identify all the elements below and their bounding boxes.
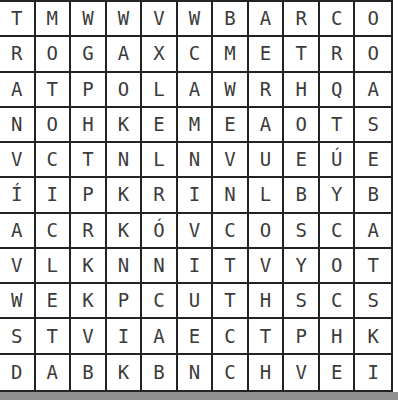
grid-cell[interactable]: V — [284, 355, 320, 390]
grid-cell[interactable]: I — [178, 178, 214, 213]
grid-cell[interactable]: C — [36, 214, 72, 249]
grid-cell[interactable]: Ú — [320, 143, 356, 178]
grid-cell[interactable]: R — [71, 214, 107, 249]
grid-cell[interactable]: P — [71, 73, 107, 108]
grid-cell[interactable]: C — [320, 2, 356, 37]
grid-cell[interactable]: K — [71, 249, 107, 284]
grid-cell[interactable]: W — [0, 284, 36, 319]
grid-cell[interactable]: A — [249, 108, 285, 143]
grid-cell[interactable]: V — [142, 2, 178, 37]
grid-cell[interactable]: S — [0, 319, 36, 354]
bottom-gray-band — [0, 392, 398, 400]
grid-cell[interactable]: T — [213, 284, 249, 319]
grid-cell[interactable]: E — [355, 143, 391, 178]
grid-cell[interactable]: T — [320, 108, 356, 143]
grid-cell[interactable]: E — [213, 108, 249, 143]
grid-cell[interactable]: Q — [320, 73, 356, 108]
grid-cell[interactable]: U — [249, 143, 285, 178]
grid-cell[interactable]: K — [355, 319, 391, 354]
grid-cell[interactable]: P — [107, 284, 143, 319]
grid-cell[interactable]: R — [142, 178, 178, 213]
grid-cell[interactable]: A — [178, 73, 214, 108]
grid-cell[interactable]: O — [320, 249, 356, 284]
grid-cell[interactable]: I — [355, 355, 391, 390]
grid-cell[interactable]: U — [178, 284, 214, 319]
grid-cell[interactable]: N — [142, 249, 178, 284]
grid-cell[interactable]: E — [142, 108, 178, 143]
grid-cell[interactable]: V — [249, 249, 285, 284]
grid-cell[interactable]: I — [178, 249, 214, 284]
grid-cell[interactable]: A — [355, 73, 391, 108]
grid-cell[interactable]: V — [71, 319, 107, 354]
grid-cell[interactable]: V — [0, 143, 36, 178]
grid-cell[interactable]: R — [249, 73, 285, 108]
grid-cell[interactable]: A — [249, 2, 285, 37]
grid-cell[interactable]: O — [107, 73, 143, 108]
grid-cell[interactable]: V — [178, 214, 214, 249]
grid-cell[interactable]: I — [107, 319, 143, 354]
grid-cell[interactable]: K — [71, 284, 107, 319]
word-search-grid: TMWWVWBARCOROGAXCMETROATPOLAWRHQANOHKEME… — [0, 0, 393, 392]
grid-cell[interactable]: R — [0, 37, 36, 72]
grid-cell[interactable]: L — [36, 249, 72, 284]
grid-cell[interactable]: E — [36, 284, 72, 319]
grid-cell[interactable]: B — [71, 355, 107, 390]
grid-cell[interactable]: N — [107, 143, 143, 178]
grid-cell[interactable]: E — [178, 319, 214, 354]
grid-cell[interactable]: A — [142, 319, 178, 354]
grid-cell[interactable]: E — [284, 143, 320, 178]
grid-cell[interactable]: N — [107, 249, 143, 284]
grid-cell[interactable]: O — [36, 37, 72, 72]
grid-cell[interactable]: E — [249, 37, 285, 72]
grid-cell[interactable]: N — [178, 355, 214, 390]
grid-cell[interactable]: A — [107, 37, 143, 72]
grid-cell[interactable]: A — [0, 73, 36, 108]
grid-cell[interactable]: L — [249, 178, 285, 213]
grid-cell[interactable]: T — [71, 143, 107, 178]
grid-cell[interactable]: S — [284, 214, 320, 249]
grid-cell[interactable]: T — [355, 249, 391, 284]
grid-cell[interactable]: L — [142, 73, 178, 108]
grid-cell[interactable]: B — [142, 355, 178, 390]
grid-cell[interactable]: I — [36, 178, 72, 213]
grid-cell[interactable]: A — [355, 214, 391, 249]
grid-cell[interactable]: Y — [320, 178, 356, 213]
grid-cell[interactable]: O — [355, 2, 391, 37]
grid-cell[interactable]: D — [0, 355, 36, 390]
grid-cell[interactable]: W — [107, 2, 143, 37]
grid-cell[interactable]: W — [178, 2, 214, 37]
grid-cell[interactable]: G — [71, 37, 107, 72]
grid-cell[interactable]: M — [213, 37, 249, 72]
grid-cell[interactable]: C — [142, 284, 178, 319]
grid-cell[interactable]: V — [0, 249, 36, 284]
grid-cell[interactable]: C — [213, 355, 249, 390]
grid-cell[interactable]: N — [178, 143, 214, 178]
grid-cell[interactable]: H — [284, 73, 320, 108]
grid-cell[interactable]: S — [355, 284, 391, 319]
grid-cell[interactable]: B — [213, 2, 249, 37]
grid-cell[interactable]: O — [284, 108, 320, 143]
grid-cell[interactable]: N — [213, 178, 249, 213]
grid-cell[interactable]: R — [320, 37, 356, 72]
grid-cell[interactable]: T — [0, 2, 36, 37]
grid-cell[interactable]: C — [178, 37, 214, 72]
grid-cell[interactable]: C — [213, 214, 249, 249]
grid-cell[interactable]: N — [0, 108, 36, 143]
grid-cell[interactable]: R — [284, 2, 320, 37]
grid-cell[interactable]: C — [213, 319, 249, 354]
grid-cell[interactable]: W — [71, 2, 107, 37]
grid-cell[interactable]: K — [107, 108, 143, 143]
grid-cell[interactable]: P — [71, 178, 107, 213]
grid-cell[interactable]: W — [213, 73, 249, 108]
grid-cell[interactable]: C — [320, 284, 356, 319]
grid-cell[interactable]: P — [284, 319, 320, 354]
grid-cell[interactable]: Y — [284, 249, 320, 284]
grid-cell[interactable]: H — [71, 108, 107, 143]
grid-cell[interactable]: B — [284, 178, 320, 213]
grid-cell[interactable]: Ó — [142, 214, 178, 249]
grid-cell[interactable]: S — [355, 108, 391, 143]
grid-cell[interactable]: O — [36, 108, 72, 143]
grid-cell[interactable]: B — [355, 178, 391, 213]
grid-cell[interactable]: A — [0, 214, 36, 249]
grid-cell[interactable]: C — [36, 143, 72, 178]
grid-cell[interactable]: M — [178, 108, 214, 143]
grid-cell[interactable]: K — [107, 355, 143, 390]
grid-cell[interactable]: H — [249, 355, 285, 390]
grid-cell[interactable]: Í — [0, 178, 36, 213]
grid-cell[interactable]: K — [107, 214, 143, 249]
grid-cell[interactable]: S — [284, 284, 320, 319]
grid-cell[interactable]: T — [249, 319, 285, 354]
grid-cell[interactable]: E — [320, 355, 356, 390]
grid-cell[interactable]: T — [213, 249, 249, 284]
grid-cell[interactable]: A — [36, 355, 72, 390]
grid-cell[interactable]: K — [107, 178, 143, 213]
grid-cell[interactable]: H — [320, 319, 356, 354]
grid-cell[interactable]: M — [36, 2, 72, 37]
grid-cell[interactable]: L — [142, 143, 178, 178]
grid-cell[interactable]: T — [36, 319, 72, 354]
grid-cell[interactable]: H — [249, 284, 285, 319]
grid-cell[interactable]: X — [142, 37, 178, 72]
grid-cell[interactable]: V — [213, 143, 249, 178]
grid-cell[interactable]: O — [355, 37, 391, 72]
grid-cell[interactable]: C — [320, 214, 356, 249]
grid-cell[interactable]: O — [249, 214, 285, 249]
grid-cell[interactable]: T — [284, 37, 320, 72]
grid-cell[interactable]: T — [36, 73, 72, 108]
